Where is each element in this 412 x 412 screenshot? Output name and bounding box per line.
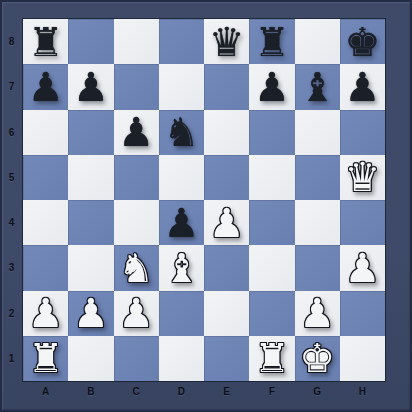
square-g2[interactable]: ♟ bbox=[295, 291, 340, 336]
square-d4[interactable]: ♟ bbox=[159, 200, 204, 245]
square-g4[interactable] bbox=[295, 200, 340, 245]
square-b3[interactable] bbox=[68, 245, 113, 290]
piece-black-bishop[interactable]: ♝ bbox=[299, 67, 335, 107]
square-d6[interactable]: ♞ bbox=[159, 110, 204, 155]
square-d3[interactable]: ♝ bbox=[159, 245, 204, 290]
file-label-b: B bbox=[68, 381, 113, 412]
file-label-h: H bbox=[340, 381, 385, 412]
square-a5[interactable] bbox=[23, 155, 68, 200]
square-b5[interactable] bbox=[68, 155, 113, 200]
square-c7[interactable] bbox=[114, 64, 159, 109]
square-c8[interactable] bbox=[114, 19, 159, 64]
rank-label-5: 5 bbox=[0, 155, 23, 200]
square-a8[interactable]: ♜ bbox=[23, 19, 68, 64]
piece-white-pawn[interactable]: ♟ bbox=[118, 293, 154, 333]
square-h3[interactable]: ♟ bbox=[340, 245, 385, 290]
square-b7[interactable]: ♟ bbox=[68, 64, 113, 109]
square-e4[interactable]: ♟ bbox=[204, 200, 249, 245]
square-f6[interactable] bbox=[249, 110, 294, 155]
square-c6[interactable]: ♟ bbox=[114, 110, 159, 155]
piece-white-pawn[interactable]: ♟ bbox=[73, 293, 109, 333]
rank-label-2: 2 bbox=[0, 291, 23, 336]
rank-label-8: 8 bbox=[0, 19, 23, 64]
square-a3[interactable] bbox=[23, 245, 68, 290]
square-b8[interactable] bbox=[68, 19, 113, 64]
square-f8[interactable]: ♜ bbox=[249, 19, 294, 64]
piece-black-pawn[interactable]: ♟ bbox=[118, 112, 154, 152]
file-label-a: A bbox=[23, 381, 68, 412]
square-e6[interactable] bbox=[204, 110, 249, 155]
piece-white-bishop[interactable]: ♝ bbox=[163, 248, 199, 288]
piece-white-pawn[interactable]: ♟ bbox=[209, 203, 245, 243]
square-h2[interactable] bbox=[340, 291, 385, 336]
square-f3[interactable] bbox=[249, 245, 294, 290]
rank-label-6: 6 bbox=[0, 110, 23, 155]
square-e3[interactable] bbox=[204, 245, 249, 290]
square-g6[interactable] bbox=[295, 110, 340, 155]
square-a6[interactable] bbox=[23, 110, 68, 155]
square-e5[interactable] bbox=[204, 155, 249, 200]
square-d7[interactable] bbox=[159, 64, 204, 109]
chess-board: ♜♛♜♚♟♟♟♝♟♟♞♛♟♟♞♝♟♟♟♟♟♜♜♚ bbox=[23, 19, 385, 381]
square-c2[interactable]: ♟ bbox=[114, 291, 159, 336]
square-h6[interactable] bbox=[340, 110, 385, 155]
square-c1[interactable] bbox=[114, 336, 159, 381]
square-e2[interactable] bbox=[204, 291, 249, 336]
square-f4[interactable] bbox=[249, 200, 294, 245]
piece-black-king[interactable]: ♚ bbox=[344, 22, 380, 62]
square-d1[interactable] bbox=[159, 336, 204, 381]
piece-white-pawn[interactable]: ♟ bbox=[344, 248, 380, 288]
square-b6[interactable] bbox=[68, 110, 113, 155]
square-g8[interactable] bbox=[295, 19, 340, 64]
rank-label-4: 4 bbox=[0, 200, 23, 245]
square-g7[interactable]: ♝ bbox=[295, 64, 340, 109]
square-h4[interactable] bbox=[340, 200, 385, 245]
rank-label-3: 3 bbox=[0, 245, 23, 290]
square-h8[interactable]: ♚ bbox=[340, 19, 385, 64]
piece-white-knight[interactable]: ♞ bbox=[118, 248, 154, 288]
square-f2[interactable] bbox=[249, 291, 294, 336]
square-a1[interactable]: ♜ bbox=[23, 336, 68, 381]
rank-label-7: 7 bbox=[0, 64, 23, 109]
file-labels: ABCDEFGH bbox=[23, 381, 385, 412]
square-e7[interactable] bbox=[204, 64, 249, 109]
piece-black-pawn[interactable]: ♟ bbox=[254, 67, 290, 107]
square-a4[interactable] bbox=[23, 200, 68, 245]
file-label-e: E bbox=[204, 381, 249, 412]
square-b1[interactable] bbox=[68, 336, 113, 381]
file-label-c: C bbox=[114, 381, 159, 412]
square-d2[interactable] bbox=[159, 291, 204, 336]
file-label-f: F bbox=[249, 381, 294, 412]
piece-black-pawn[interactable]: ♟ bbox=[73, 67, 109, 107]
square-d8[interactable] bbox=[159, 19, 204, 64]
square-c3[interactable]: ♞ bbox=[114, 245, 159, 290]
square-a2[interactable]: ♟ bbox=[23, 291, 68, 336]
square-h5[interactable]: ♛ bbox=[340, 155, 385, 200]
square-f7[interactable]: ♟ bbox=[249, 64, 294, 109]
piece-white-pawn[interactable]: ♟ bbox=[28, 293, 64, 333]
square-g1[interactable]: ♚ bbox=[295, 336, 340, 381]
piece-white-rook[interactable]: ♜ bbox=[254, 338, 290, 378]
square-g3[interactable] bbox=[295, 245, 340, 290]
piece-white-pawn[interactable]: ♟ bbox=[299, 293, 335, 333]
piece-white-rook[interactable]: ♜ bbox=[28, 338, 64, 378]
square-h7[interactable]: ♟ bbox=[340, 64, 385, 109]
square-f1[interactable]: ♜ bbox=[249, 336, 294, 381]
piece-black-rook[interactable]: ♜ bbox=[28, 22, 64, 62]
chess-board-frame: 87654321 ♜♛♜♚♟♟♟♝♟♟♞♛♟♟♞♝♟♟♟♟♟♜♜♚ ABCDEF… bbox=[0, 0, 412, 412]
square-b2[interactable]: ♟ bbox=[68, 291, 113, 336]
square-h1[interactable] bbox=[340, 336, 385, 381]
square-f5[interactable] bbox=[249, 155, 294, 200]
piece-black-queen[interactable]: ♛ bbox=[209, 22, 245, 62]
file-label-d: D bbox=[159, 381, 204, 412]
piece-black-pawn[interactable]: ♟ bbox=[28, 67, 64, 107]
rank-labels: 87654321 bbox=[0, 19, 23, 381]
square-d5[interactable] bbox=[159, 155, 204, 200]
piece-black-rook[interactable]: ♜ bbox=[254, 22, 290, 62]
square-g5[interactable] bbox=[295, 155, 340, 200]
file-label-g: G bbox=[295, 381, 340, 412]
square-e8[interactable]: ♛ bbox=[204, 19, 249, 64]
square-e1[interactable] bbox=[204, 336, 249, 381]
piece-white-queen[interactable]: ♛ bbox=[344, 157, 380, 197]
square-c5[interactable] bbox=[114, 155, 159, 200]
piece-white-king[interactable]: ♚ bbox=[299, 338, 335, 378]
square-b4[interactable] bbox=[68, 200, 113, 245]
piece-black-pawn[interactable]: ♟ bbox=[344, 67, 380, 107]
square-c4[interactable] bbox=[114, 200, 159, 245]
square-a7[interactable]: ♟ bbox=[23, 64, 68, 109]
piece-black-knight[interactable]: ♞ bbox=[163, 112, 199, 152]
rank-label-1: 1 bbox=[0, 336, 23, 381]
piece-black-pawn[interactable]: ♟ bbox=[163, 203, 199, 243]
